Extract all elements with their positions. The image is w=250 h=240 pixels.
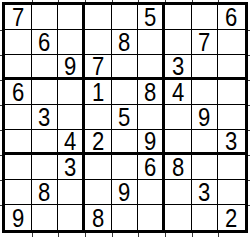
cell-r8c3[interactable]	[58, 180, 85, 205]
given-digit: 9	[118, 180, 130, 205]
cell-r4c3[interactable]	[58, 80, 85, 105]
given-digit: 2	[226, 205, 238, 230]
given-digit: 7	[198, 30, 210, 55]
cell-r7c4[interactable]	[85, 155, 112, 180]
given-digit: 9	[144, 130, 156, 154]
grid-tick	[58, 0, 59, 2]
cell-r5c4[interactable]	[85, 105, 112, 130]
cell-r2c5[interactable]: 8	[112, 30, 139, 55]
grid-tick	[0, 155, 2, 156]
cell-r3c4[interactable]: 7	[85, 55, 112, 80]
cell-r6c8[interactable]	[192, 130, 219, 155]
grid-tick	[192, 0, 193, 2]
grid-tick	[248, 205, 250, 206]
cell-r5c8[interactable]: 9	[192, 105, 219, 130]
given-digit: 4	[172, 80, 184, 105]
cell-r5c9[interactable]	[218, 105, 245, 130]
given-digit: 9	[12, 205, 24, 230]
cell-r2c4[interactable]	[85, 30, 112, 55]
cell-r4c9[interactable]	[218, 80, 245, 105]
cell-r2c1[interactable]	[5, 30, 32, 55]
cell-r6c2[interactable]	[32, 130, 59, 155]
given-digit: 7	[12, 5, 24, 30]
given-digit: 1	[92, 80, 104, 105]
cell-r7c3[interactable]: 3	[58, 155, 85, 180]
grid-tick	[248, 180, 250, 181]
given-digit: 5	[118, 105, 130, 130]
grid-tick	[32, 0, 33, 2]
grid-tick	[165, 0, 166, 2]
cell-r2c6[interactable]	[138, 30, 165, 55]
given-digit: 8	[38, 180, 50, 205]
cell-r7c9[interactable]	[218, 155, 245, 180]
cell-r3c1[interactable]	[5, 55, 32, 80]
cell-r5c5[interactable]: 5	[112, 105, 139, 130]
cell-r7c2[interactable]	[32, 155, 59, 180]
given-digit: 6	[144, 155, 156, 180]
cell-r1c7[interactable]	[165, 5, 192, 30]
cell-r3c3[interactable]: 9	[58, 55, 85, 80]
grid-tick	[248, 130, 250, 131]
cell-r8c1[interactable]	[5, 180, 32, 205]
cell-r4c1[interactable]: 6	[5, 80, 32, 105]
cell-r7c1[interactable]	[5, 155, 32, 180]
cell-r2c9[interactable]	[218, 30, 245, 55]
grid-tick	[248, 155, 250, 156]
given-digit: 6	[38, 30, 50, 55]
cell-r7c7[interactable]: 8	[165, 155, 192, 180]
cell-r1c6[interactable]: 5	[138, 5, 165, 30]
given-digit: 3	[172, 55, 184, 79]
cell-r9c2[interactable]	[32, 205, 59, 230]
cell-r2c8[interactable]: 7	[192, 30, 219, 55]
sudoku-grid: 75668797361843594293368893982	[2, 2, 248, 233]
cell-r3c7[interactable]: 3	[165, 55, 192, 80]
grid-tick	[138, 233, 139, 237]
cell-r5c7[interactable]	[165, 105, 192, 130]
grid-tick	[32, 233, 33, 237]
grid-tick	[218, 233, 219, 237]
given-digit: 3	[38, 105, 50, 130]
cell-r5c1[interactable]	[5, 105, 32, 130]
cell-r2c2[interactable]: 6	[32, 30, 59, 55]
cell-r6c6[interactable]: 9	[138, 130, 165, 155]
given-digit: 5	[144, 5, 156, 30]
cell-r4c6[interactable]: 8	[138, 80, 165, 105]
cell-r9c4[interactable]: 8	[85, 205, 112, 230]
grid-tick	[0, 180, 2, 181]
cell-r2c7[interactable]	[165, 30, 192, 55]
grid-tick	[248, 80, 250, 81]
cell-r9c7[interactable]	[165, 205, 192, 230]
cell-r4c4[interactable]: 1	[85, 80, 112, 105]
given-digit: 3	[226, 130, 238, 154]
grid-tick	[0, 55, 2, 56]
grid-tick	[0, 205, 2, 206]
grid-tick	[248, 55, 250, 56]
cell-r5c3[interactable]	[58, 105, 85, 130]
grid-tick	[85, 233, 86, 237]
grid-tick	[248, 105, 250, 106]
cell-r9c9[interactable]: 2	[218, 205, 245, 230]
given-digit: 6	[12, 80, 24, 105]
cell-r3c2[interactable]	[32, 55, 59, 80]
cell-r7c6[interactable]: 6	[138, 155, 165, 180]
cell-r8c2[interactable]: 8	[32, 180, 59, 205]
grid-tick	[138, 0, 139, 2]
cell-r9c8[interactable]	[192, 205, 219, 230]
given-digit: 4	[64, 130, 76, 154]
sudoku-board: 75668797361843594293368893982	[0, 0, 250, 240]
cell-r6c5[interactable]	[112, 130, 139, 155]
given-digit: 2	[92, 130, 104, 154]
grid-tick	[0, 80, 2, 81]
cell-r3c6[interactable]	[138, 55, 165, 80]
cell-r4c2[interactable]	[32, 80, 59, 105]
cell-r6c1[interactable]	[5, 130, 32, 155]
cell-r8c8[interactable]: 3	[192, 180, 219, 205]
cell-r7c8[interactable]	[192, 155, 219, 180]
grid-tick	[0, 30, 2, 31]
cell-r1c4[interactable]	[85, 5, 112, 30]
given-digit: 6	[226, 5, 238, 30]
cell-r1c5[interactable]	[112, 5, 139, 30]
given-digit: 8	[118, 30, 130, 55]
cell-r4c7[interactable]: 4	[165, 80, 192, 105]
cell-r9c5[interactable]	[112, 205, 139, 230]
given-digit: 9	[198, 105, 210, 130]
cell-r8c9[interactable]	[218, 180, 245, 205]
cell-r9c6[interactable]	[138, 205, 165, 230]
cell-r6c9[interactable]: 3	[218, 130, 245, 155]
cell-r1c9[interactable]: 6	[218, 5, 245, 30]
cell-r2c3[interactable]	[58, 30, 85, 55]
cell-r4c8[interactable]	[192, 80, 219, 105]
grid-tick	[0, 130, 2, 131]
cell-r1c1[interactable]: 7	[5, 5, 32, 30]
cell-r3c8[interactable]	[192, 55, 219, 80]
grid-tick	[112, 233, 113, 237]
grid-tick	[85, 0, 86, 2]
cell-r8c5[interactable]: 9	[112, 180, 139, 205]
given-digit: 3	[64, 155, 76, 180]
cell-r6c3[interactable]: 4	[58, 130, 85, 155]
grid-tick	[0, 105, 2, 106]
cell-r8c6[interactable]	[138, 180, 165, 205]
cell-r1c2[interactable]	[32, 5, 59, 30]
cell-r6c4[interactable]: 2	[85, 130, 112, 155]
cell-r6c7[interactable]	[165, 130, 192, 155]
cell-r5c2[interactable]: 3	[32, 105, 59, 130]
cell-r3c9[interactable]	[218, 55, 245, 80]
cell-r9c3[interactable]	[58, 205, 85, 230]
cell-r5c6[interactable]	[138, 105, 165, 130]
grid-tick	[248, 30, 250, 31]
cell-r9c1[interactable]: 9	[5, 205, 32, 230]
grid-tick	[58, 233, 59, 237]
cell-r7c5[interactable]	[112, 155, 139, 180]
grid-tick	[165, 233, 166, 237]
cell-r1c3[interactable]	[58, 5, 85, 30]
cell-r4c5[interactable]	[112, 80, 139, 105]
given-digit: 8	[172, 155, 184, 180]
given-digit: 8	[144, 80, 156, 105]
given-digit: 3	[198, 180, 210, 205]
cell-r1c8[interactable]	[192, 5, 219, 30]
grid-tick	[218, 0, 219, 2]
cell-r3c5[interactable]	[112, 55, 139, 80]
grid-tick	[192, 233, 193, 237]
given-digit: 9	[64, 55, 76, 79]
cell-r8c4[interactable]	[85, 180, 112, 205]
grid-tick	[112, 0, 113, 2]
cell-r8c7[interactable]	[165, 180, 192, 205]
given-digit: 8	[92, 205, 104, 230]
given-digit: 7	[92, 55, 104, 79]
